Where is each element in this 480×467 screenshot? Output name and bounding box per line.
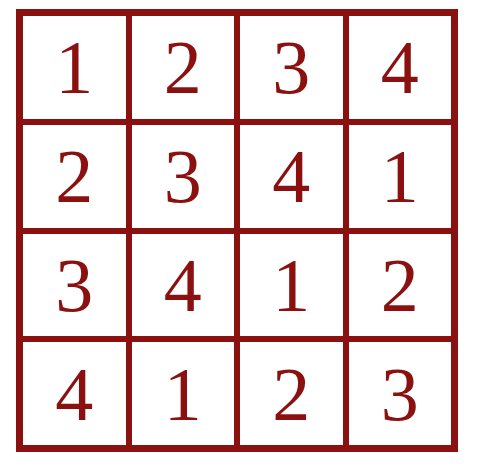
page: 1 2 3 4 2 3 4 1 3 4 1 2 4 1 2 3 [0,0,480,467]
cell-r1c3[interactable]: 3 [240,16,343,119]
cell-r2c2[interactable]: 3 [132,125,235,228]
cell-r4c2[interactable]: 1 [132,342,235,445]
cell-r2c3[interactable]: 4 [240,125,343,228]
cell-r2c4[interactable]: 1 [349,125,452,228]
cell-r3c4[interactable]: 2 [349,234,452,337]
latin-square-board: 1 2 3 4 2 3 4 1 3 4 1 2 4 1 2 3 [16,9,458,452]
cell-r3c3[interactable]: 1 [240,234,343,337]
cell-r3c2[interactable]: 4 [132,234,235,337]
cell-r4c1[interactable]: 4 [23,342,126,445]
cell-r1c1[interactable]: 1 [23,16,126,119]
cell-r4c4[interactable]: 3 [349,342,452,445]
cell-r1c4[interactable]: 4 [349,16,452,119]
cell-r3c1[interactable]: 3 [23,234,126,337]
cell-r4c3[interactable]: 2 [240,342,343,445]
cell-r1c2[interactable]: 2 [132,16,235,119]
cell-r2c1[interactable]: 2 [23,125,126,228]
